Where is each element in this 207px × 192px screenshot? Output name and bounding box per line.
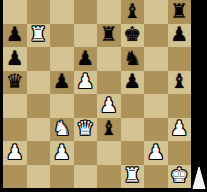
square-h7[interactable]: ♟ — [168, 24, 192, 48]
square-e5[interactable] — [97, 71, 121, 95]
piece-white-pawn[interactable]: ♟ — [76, 71, 94, 91]
piece-black-rook[interactable]: ♜ — [170, 1, 188, 21]
square-e6[interactable] — [97, 47, 121, 71]
square-c3[interactable]: ♞ — [50, 118, 74, 142]
square-b3[interactable] — [27, 118, 51, 142]
square-c5[interactable]: ♟ — [50, 71, 74, 95]
square-b5[interactable] — [27, 71, 51, 95]
square-a5[interactable]: ♛ — [3, 71, 27, 95]
square-e8[interactable] — [97, 0, 121, 24]
piece-black-queen[interactable]: ♛ — [6, 71, 24, 91]
square-g7[interactable] — [144, 24, 168, 48]
square-h5[interactable]: ♝ — [168, 71, 192, 95]
square-g8[interactable] — [144, 0, 168, 24]
square-c1[interactable] — [50, 165, 74, 189]
square-a7[interactable]: ♟ — [3, 24, 27, 48]
square-a3[interactable] — [3, 118, 27, 142]
square-h1[interactable]: ♚ — [168, 165, 192, 189]
square-e3[interactable]: ♝ — [97, 118, 121, 142]
chess-board: ♝♜♟♜♜♚♟♟♟♞♛♟♟♟♝♟♞♛♝♟♟♟♟♜♚ — [3, 0, 191, 188]
piece-black-bishop[interactable]: ♝ — [100, 118, 118, 138]
square-b8[interactable] — [27, 0, 51, 24]
square-h3[interactable]: ♟ — [168, 118, 192, 142]
square-d4[interactable] — [74, 94, 98, 118]
square-g1[interactable] — [144, 165, 168, 189]
square-d7[interactable] — [74, 24, 98, 48]
square-h6[interactable] — [168, 47, 192, 71]
square-d3[interactable]: ♛ — [74, 118, 98, 142]
piece-white-pawn[interactable]: ♟ — [147, 142, 165, 162]
square-g5[interactable] — [144, 71, 168, 95]
square-d2[interactable] — [74, 141, 98, 165]
square-e7[interactable]: ♜ — [97, 24, 121, 48]
piece-black-king[interactable]: ♚ — [123, 24, 141, 44]
square-b1[interactable] — [27, 165, 51, 189]
square-e1[interactable] — [97, 165, 121, 189]
piece-black-pawn[interactable]: ♟ — [53, 71, 71, 91]
chess-diagram: ♝♜♟♜♜♚♟♟♟♞♛♟♟♟♝♟♞♛♝♟♟♟♟♜♚ — [0, 0, 207, 192]
piece-white-pawn[interactable]: ♟ — [53, 142, 71, 162]
square-f6[interactable]: ♞ — [121, 47, 145, 71]
square-d8[interactable] — [74, 0, 98, 24]
piece-white-king[interactable]: ♚ — [170, 165, 188, 185]
square-g3[interactable] — [144, 118, 168, 142]
white-to-move-triangle-icon — [192, 166, 206, 190]
square-c2[interactable]: ♟ — [50, 141, 74, 165]
square-g6[interactable] — [144, 47, 168, 71]
square-d1[interactable] — [74, 165, 98, 189]
square-b6[interactable] — [27, 47, 51, 71]
square-a2[interactable]: ♟ — [3, 141, 27, 165]
piece-black-rook[interactable]: ♜ — [100, 24, 118, 44]
square-c8[interactable] — [50, 0, 74, 24]
square-a6[interactable]: ♟ — [3, 47, 27, 71]
piece-black-pawn[interactable]: ♟ — [170, 24, 188, 44]
piece-white-queen[interactable]: ♛ — [76, 118, 94, 138]
piece-black-knight[interactable]: ♞ — [123, 48, 141, 68]
piece-black-pawn[interactable]: ♟ — [123, 71, 141, 91]
square-a4[interactable] — [3, 94, 27, 118]
piece-white-rook[interactable]: ♜ — [123, 165, 141, 185]
piece-white-pawn[interactable]: ♟ — [6, 142, 24, 162]
board-side-strip — [192, 0, 207, 192]
piece-black-pawn[interactable]: ♟ — [76, 48, 94, 68]
square-d6[interactable]: ♟ — [74, 47, 98, 71]
piece-white-knight[interactable]: ♞ — [53, 118, 71, 138]
square-e2[interactable] — [97, 141, 121, 165]
square-h4[interactable] — [168, 94, 192, 118]
square-b7[interactable]: ♜ — [27, 24, 51, 48]
square-f4[interactable] — [121, 94, 145, 118]
square-f8[interactable]: ♝ — [121, 0, 145, 24]
square-f5[interactable]: ♟ — [121, 71, 145, 95]
piece-black-pawn[interactable]: ♟ — [6, 24, 24, 44]
square-g4[interactable] — [144, 94, 168, 118]
square-f7[interactable]: ♚ — [121, 24, 145, 48]
square-b2[interactable] — [27, 141, 51, 165]
piece-white-pawn[interactable]: ♟ — [170, 118, 188, 138]
piece-black-bishop[interactable]: ♝ — [123, 1, 141, 21]
piece-white-pawn[interactable]: ♟ — [100, 95, 118, 115]
piece-black-pawn[interactable]: ♟ — [6, 48, 24, 68]
piece-black-bishop[interactable]: ♝ — [170, 71, 188, 91]
square-c7[interactable] — [50, 24, 74, 48]
square-a8[interactable] — [3, 0, 27, 24]
square-b4[interactable] — [27, 94, 51, 118]
square-g2[interactable]: ♟ — [144, 141, 168, 165]
square-c6[interactable] — [50, 47, 74, 71]
square-c4[interactable] — [50, 94, 74, 118]
square-d5[interactable]: ♟ — [74, 71, 98, 95]
square-f2[interactable] — [121, 141, 145, 165]
square-a1[interactable] — [3, 165, 27, 189]
square-f3[interactable] — [121, 118, 145, 142]
square-f1[interactable]: ♜ — [121, 165, 145, 189]
square-h2[interactable] — [168, 141, 192, 165]
square-e4[interactable]: ♟ — [97, 94, 121, 118]
piece-white-rook[interactable]: ♜ — [29, 24, 47, 44]
square-h8[interactable]: ♜ — [168, 0, 192, 24]
